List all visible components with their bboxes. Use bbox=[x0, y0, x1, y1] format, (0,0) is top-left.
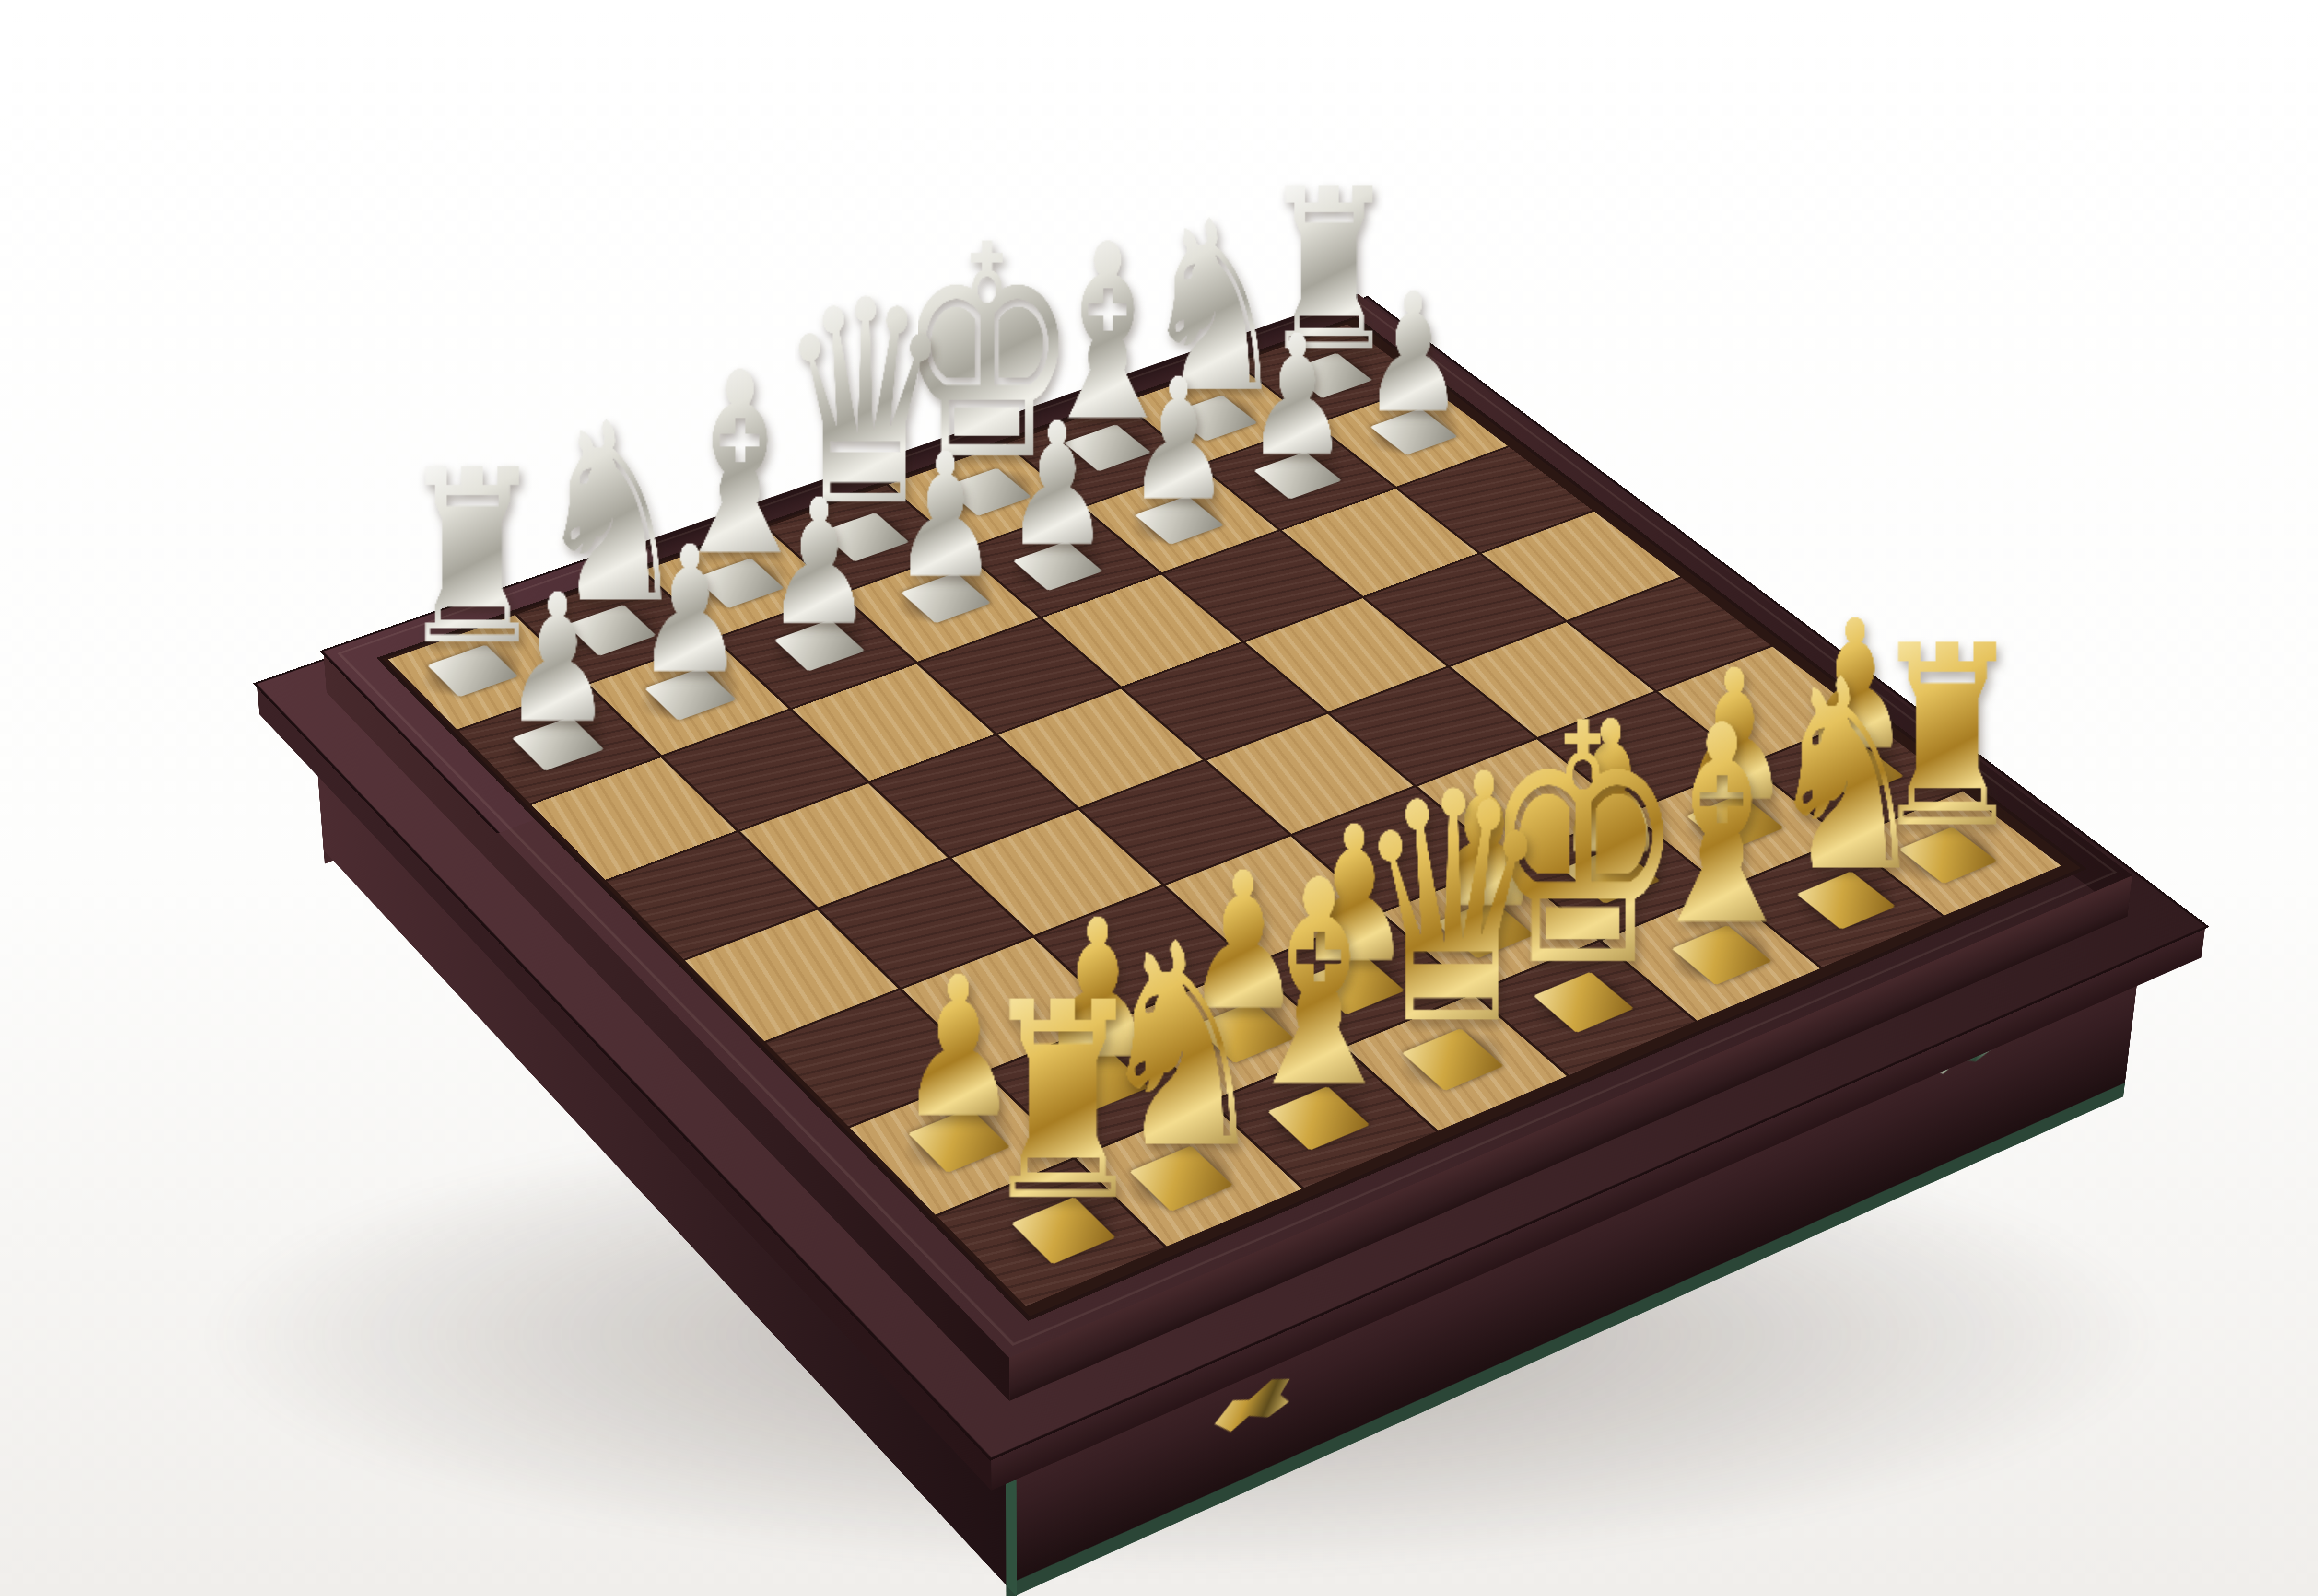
piece-glyph: ♜ bbox=[1260, 165, 1399, 376]
piece-glyph: ♞ bbox=[1141, 196, 1287, 419]
piece-silver-knight: ♞ bbox=[540, 413, 683, 631]
piece-glyph: ♞ bbox=[535, 396, 689, 631]
piece-glyph: ♜ bbox=[1870, 619, 2026, 856]
photo-canvas: ♜♞♝♛♚♝♞♜♟♟♟♟♟♟♟♟♟♟♟♟♟♟♟♟♜♞♝♛♚♝♞♜ bbox=[0, 0, 2318, 1596]
square-r5c7 bbox=[1658, 647, 1864, 763]
piece-silver-knight: ♞ bbox=[1146, 212, 1282, 419]
scene: ♜♞♝♛♚♝♞♜♟♟♟♟♟♟♟♟♟♟♟♟♟♟♟♟♜♞♝♛♚♝♞♜ bbox=[0, 0, 2318, 1596]
piece-silver-rook: ♜ bbox=[1262, 180, 1397, 376]
piece-silver-rook: ♜ bbox=[400, 460, 545, 672]
piece-silver-bishop: ♝ bbox=[669, 363, 811, 584]
piece-glyph: ♜ bbox=[398, 444, 547, 672]
chess-set: ♜♞♝♛♚♝♞♜♟♟♟♟♟♟♟♟♟♟♟♟♟♟♟♟♜♞♝♛♚♝♞♜ bbox=[324, 294, 2132, 1358]
